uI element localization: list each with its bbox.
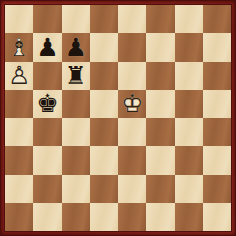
white-bishop-piece: ♝♗ xyxy=(5,33,33,61)
square-c4[interactable] xyxy=(62,118,90,146)
square-g2[interactable] xyxy=(175,175,203,203)
square-c6[interactable]: ♜ xyxy=(62,62,90,90)
square-e1[interactable] xyxy=(118,203,146,231)
square-d7[interactable] xyxy=(90,33,118,61)
black-piece-glyph: ♚ xyxy=(33,90,61,118)
square-c7[interactable]: ♟ xyxy=(62,33,90,61)
square-h6[interactable] xyxy=(203,62,231,90)
square-b7[interactable]: ♟ xyxy=(33,33,61,61)
square-g4[interactable] xyxy=(175,118,203,146)
black-pawn-piece: ♟ xyxy=(33,33,61,61)
square-h8[interactable] xyxy=(203,5,231,33)
square-h7[interactable] xyxy=(203,33,231,61)
square-c3[interactable] xyxy=(62,146,90,174)
square-d5[interactable] xyxy=(90,90,118,118)
square-g7[interactable] xyxy=(175,33,203,61)
black-piece-glyph: ♟ xyxy=(62,33,90,61)
square-f7[interactable] xyxy=(146,33,174,61)
square-e5[interactable]: ♚♔ xyxy=(118,90,146,118)
square-f6[interactable] xyxy=(146,62,174,90)
square-g8[interactable] xyxy=(175,5,203,33)
white-piece-outline-glyph: ♗ xyxy=(5,33,33,61)
square-g5[interactable] xyxy=(175,90,203,118)
square-d8[interactable] xyxy=(90,5,118,33)
square-e7[interactable] xyxy=(118,33,146,61)
square-e8[interactable] xyxy=(118,5,146,33)
square-c5[interactable] xyxy=(62,90,90,118)
white-piece-outline-glyph: ♙ xyxy=(5,62,33,90)
square-h3[interactable] xyxy=(203,146,231,174)
square-f8[interactable] xyxy=(146,5,174,33)
chess-board: ♝♗♟♟♟♙♜♚♚♔ xyxy=(5,5,231,231)
square-d1[interactable] xyxy=(90,203,118,231)
square-c1[interactable] xyxy=(62,203,90,231)
black-piece-glyph: ♜ xyxy=(62,62,90,90)
square-h4[interactable] xyxy=(203,118,231,146)
white-piece-outline-glyph: ♔ xyxy=(118,90,146,118)
square-f4[interactable] xyxy=(146,118,174,146)
square-b1[interactable] xyxy=(33,203,61,231)
square-c8[interactable] xyxy=(62,5,90,33)
square-a8[interactable] xyxy=(5,5,33,33)
square-h2[interactable] xyxy=(203,175,231,203)
black-rook-piece: ♜ xyxy=(62,62,90,90)
square-b8[interactable] xyxy=(33,5,61,33)
white-pawn-piece: ♟♙ xyxy=(5,62,33,90)
square-h1[interactable] xyxy=(203,203,231,231)
black-king-piece: ♚ xyxy=(33,90,61,118)
square-e6[interactable] xyxy=(118,62,146,90)
square-b2[interactable] xyxy=(33,175,61,203)
square-c2[interactable] xyxy=(62,175,90,203)
square-a6[interactable]: ♟♙ xyxy=(5,62,33,90)
board-frame: ♝♗♟♟♟♙♜♚♚♔ xyxy=(0,0,236,236)
square-d4[interactable] xyxy=(90,118,118,146)
square-e4[interactable] xyxy=(118,118,146,146)
square-d3[interactable] xyxy=(90,146,118,174)
square-a2[interactable] xyxy=(5,175,33,203)
white-king-piece: ♚♔ xyxy=(118,90,146,118)
square-f5[interactable] xyxy=(146,90,174,118)
square-g6[interactable] xyxy=(175,62,203,90)
square-e2[interactable] xyxy=(118,175,146,203)
square-a5[interactable] xyxy=(5,90,33,118)
square-g1[interactable] xyxy=(175,203,203,231)
square-b4[interactable] xyxy=(33,118,61,146)
square-a4[interactable] xyxy=(5,118,33,146)
square-a7[interactable]: ♝♗ xyxy=(5,33,33,61)
square-g3[interactable] xyxy=(175,146,203,174)
square-f2[interactable] xyxy=(146,175,174,203)
square-e3[interactable] xyxy=(118,146,146,174)
black-piece-glyph: ♟ xyxy=(33,33,61,61)
square-b5[interactable]: ♚ xyxy=(33,90,61,118)
square-d6[interactable] xyxy=(90,62,118,90)
square-a1[interactable] xyxy=(5,203,33,231)
black-pawn-piece: ♟ xyxy=(62,33,90,61)
square-f1[interactable] xyxy=(146,203,174,231)
square-b6[interactable] xyxy=(33,62,61,90)
square-d2[interactable] xyxy=(90,175,118,203)
square-b3[interactable] xyxy=(33,146,61,174)
square-f3[interactable] xyxy=(146,146,174,174)
square-h5[interactable] xyxy=(203,90,231,118)
square-a3[interactable] xyxy=(5,146,33,174)
